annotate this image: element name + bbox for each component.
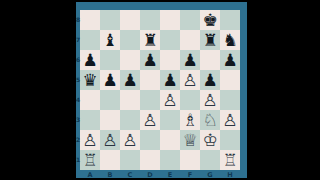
file-label-a: A: [80, 171, 100, 179]
square-h8[interactable]: [220, 10, 240, 30]
piece-white-pawn: ♙: [100, 130, 120, 150]
video-frame: ♚♝♜♜♞♟♟♟♟♛♟♟♟♙♟♙♙♙♗♘♙♙♙♙♕♔♖♖ 87654321ABC…: [0, 0, 320, 180]
chess-board-frame: ♚♝♜♜♞♟♟♟♟♛♟♟♟♙♟♙♙♙♗♘♙♙♙♙♕♔♖♖ 87654321ABC…: [76, 2, 247, 178]
square-b3[interactable]: [100, 110, 120, 130]
square-f2[interactable]: ♕: [180, 130, 200, 150]
square-b1[interactable]: [100, 150, 120, 170]
piece-black-bishop: ♝: [100, 30, 120, 50]
square-d5[interactable]: [140, 70, 160, 90]
piece-black-rook: ♜: [140, 30, 160, 50]
file-label-b: B: [100, 171, 120, 179]
piece-white-pawn: ♙: [120, 130, 140, 150]
square-g2[interactable]: ♔: [200, 130, 220, 150]
rank-label-5: 5: [76, 76, 80, 84]
square-d2[interactable]: [140, 130, 160, 150]
square-a3[interactable]: [80, 110, 100, 130]
rank-label-4: 4: [76, 96, 80, 104]
square-a8[interactable]: [80, 10, 100, 30]
piece-black-pawn: ♟: [140, 50, 160, 70]
square-c1[interactable]: [120, 150, 140, 170]
square-f1[interactable]: [180, 150, 200, 170]
square-g5[interactable]: ♟: [200, 70, 220, 90]
square-g3[interactable]: ♘: [200, 110, 220, 130]
square-a7[interactable]: [80, 30, 100, 50]
square-h2[interactable]: [220, 130, 240, 150]
square-c2[interactable]: ♙: [120, 130, 140, 150]
square-h5[interactable]: [220, 70, 240, 90]
square-d4[interactable]: [140, 90, 160, 110]
square-b8[interactable]: [100, 10, 120, 30]
rank-label-3: 3: [76, 116, 80, 124]
piece-white-queen: ♕: [180, 130, 200, 150]
rank-label-8: 8: [76, 16, 80, 24]
file-label-f: F: [180, 171, 200, 179]
file-label-d: D: [140, 171, 160, 179]
square-b6[interactable]: [100, 50, 120, 70]
square-f5[interactable]: ♙: [180, 70, 200, 90]
file-label-g: G: [200, 171, 220, 179]
square-g4[interactable]: ♙: [200, 90, 220, 110]
piece-black-pawn: ♟: [120, 70, 140, 90]
square-e7[interactable]: [160, 30, 180, 50]
square-f7[interactable]: [180, 30, 200, 50]
square-c8[interactable]: [120, 10, 140, 30]
piece-white-knight: ♘: [200, 110, 220, 130]
square-d6[interactable]: ♟: [140, 50, 160, 70]
rank-label-1: 1: [76, 156, 80, 164]
piece-white-rook: ♖: [80, 150, 100, 170]
rank-label-2: 2: [76, 136, 80, 144]
square-b7[interactable]: ♝: [100, 30, 120, 50]
piece-black-pawn: ♟: [180, 50, 200, 70]
square-e8[interactable]: [160, 10, 180, 30]
file-label-c: C: [120, 171, 140, 179]
rank-label-7: 7: [76, 36, 80, 44]
square-h4[interactable]: [220, 90, 240, 110]
piece-white-pawn: ♙: [80, 130, 100, 150]
square-g7[interactable]: ♜: [200, 30, 220, 50]
square-f6[interactable]: ♟: [180, 50, 200, 70]
square-e5[interactable]: ♟: [160, 70, 180, 90]
file-label-e: E: [160, 171, 180, 179]
square-g6[interactable]: [200, 50, 220, 70]
piece-black-pawn: ♟: [220, 50, 240, 70]
square-f8[interactable]: [180, 10, 200, 30]
square-c3[interactable]: [120, 110, 140, 130]
square-b5[interactable]: ♟: [100, 70, 120, 90]
square-e2[interactable]: [160, 130, 180, 150]
square-c4[interactable]: [120, 90, 140, 110]
piece-white-pawn: ♙: [140, 110, 160, 130]
square-d8[interactable]: [140, 10, 160, 30]
rank-label-6: 6: [76, 56, 80, 64]
piece-white-king: ♔: [200, 130, 220, 150]
piece-black-pawn: ♟: [160, 70, 180, 90]
piece-white-pawn: ♙: [220, 110, 240, 130]
piece-black-knight: ♞: [220, 30, 240, 50]
piece-black-pawn: ♟: [200, 70, 220, 90]
square-f3[interactable]: ♗: [180, 110, 200, 130]
square-h7[interactable]: ♞: [220, 30, 240, 50]
square-h6[interactable]: ♟: [220, 50, 240, 70]
square-g1[interactable]: [200, 150, 220, 170]
piece-black-rook: ♜: [200, 30, 220, 50]
square-a6[interactable]: ♟: [80, 50, 100, 70]
piece-white-pawn: ♙: [200, 90, 220, 110]
square-a2[interactable]: ♙: [80, 130, 100, 150]
square-d3[interactable]: ♙: [140, 110, 160, 130]
square-b2[interactable]: ♙: [100, 130, 120, 150]
piece-black-queen: ♛: [80, 70, 100, 90]
square-d7[interactable]: ♜: [140, 30, 160, 50]
piece-white-bishop: ♗: [180, 110, 200, 130]
piece-white-pawn: ♙: [180, 70, 200, 90]
piece-black-king: ♚: [200, 10, 220, 30]
square-c5[interactable]: ♟: [120, 70, 140, 90]
square-g8[interactable]: ♚: [200, 10, 220, 30]
square-c6[interactable]: [120, 50, 140, 70]
square-a4[interactable]: [80, 90, 100, 110]
square-e1[interactable]: [160, 150, 180, 170]
chess-board: ♚♝♜♜♞♟♟♟♟♛♟♟♟♙♟♙♙♙♗♘♙♙♙♙♕♔♖♖: [80, 10, 240, 170]
square-a1[interactable]: ♖: [80, 150, 100, 170]
piece-white-rook: ♖: [220, 150, 240, 170]
square-b4[interactable]: [100, 90, 120, 110]
square-f4[interactable]: [180, 90, 200, 110]
square-d1[interactable]: [140, 150, 160, 170]
square-e4[interactable]: ♙: [160, 90, 180, 110]
square-h1[interactable]: ♖: [220, 150, 240, 170]
square-h3[interactable]: ♙: [220, 110, 240, 130]
piece-white-pawn: ♙: [160, 90, 180, 110]
square-a5[interactable]: ♛: [80, 70, 100, 90]
piece-black-pawn: ♟: [80, 50, 100, 70]
square-e6[interactable]: [160, 50, 180, 70]
file-label-h: H: [220, 171, 240, 179]
square-c7[interactable]: [120, 30, 140, 50]
piece-black-pawn: ♟: [100, 70, 120, 90]
square-e3[interactable]: [160, 110, 180, 130]
